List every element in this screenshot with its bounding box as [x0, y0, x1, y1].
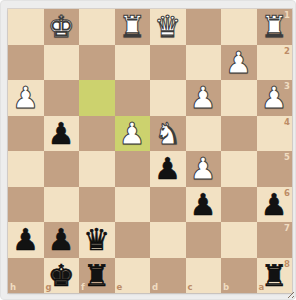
black-pawn-on-g7: ♟ — [44, 222, 80, 258]
square-e2[interactable] — [115, 45, 151, 81]
white-pawn-on-e4: ♟ — [115, 116, 151, 152]
white-rook-on-a1: ♜ — [257, 9, 293, 45]
square-h6[interactable] — [8, 187, 44, 223]
square-f7[interactable]: ♛ — [79, 222, 115, 258]
square-e8[interactable]: e — [115, 258, 151, 294]
square-h2[interactable] — [8, 45, 44, 81]
chess-board: ♚♜♛♜1♟2♟♟♟3♟♟♞4♟♟5♟♟6♟♟♛7h♚g♜fedcb♜8a — [8, 9, 292, 293]
rank-label-5: 5 — [284, 153, 290, 162]
square-a4[interactable]: 4 — [257, 116, 293, 152]
file-label-d: d — [152, 283, 158, 292]
square-f6[interactable] — [79, 187, 115, 223]
black-pawn-on-a6: ♟ — [257, 187, 293, 223]
square-c5[interactable]: ♟ — [186, 151, 222, 187]
square-c4[interactable] — [186, 116, 222, 152]
square-c3[interactable]: ♟ — [186, 80, 222, 116]
square-h4[interactable] — [8, 116, 44, 152]
square-e6[interactable] — [115, 187, 151, 223]
square-g7[interactable]: ♟ — [44, 222, 80, 258]
square-a1[interactable]: ♜1 — [257, 9, 293, 45]
white-rook-on-e1: ♜ — [115, 9, 151, 45]
white-pawn-on-c3: ♟ — [186, 80, 222, 116]
file-label-c: c — [188, 283, 193, 292]
square-g6[interactable] — [44, 187, 80, 223]
square-d5[interactable]: ♟ — [150, 151, 186, 187]
rank-label-2: 2 — [284, 47, 290, 56]
square-d4[interactable]: ♞ — [150, 116, 186, 152]
square-b3[interactable] — [221, 80, 257, 116]
square-c2[interactable] — [186, 45, 222, 81]
white-king-on-g1: ♚ — [44, 9, 80, 45]
square-f2[interactable] — [79, 45, 115, 81]
square-d8[interactable]: d — [150, 258, 186, 294]
rank-label-7: 7 — [284, 224, 290, 233]
square-a8[interactable]: ♜8a — [257, 258, 293, 294]
square-g4[interactable]: ♟ — [44, 116, 80, 152]
square-e3[interactable] — [115, 80, 151, 116]
square-d3[interactable] — [150, 80, 186, 116]
square-c1[interactable] — [186, 9, 222, 45]
square-e5[interactable] — [115, 151, 151, 187]
white-knight-on-d4: ♞ — [150, 116, 186, 152]
square-f5[interactable] — [79, 151, 115, 187]
square-h8[interactable]: h — [8, 258, 44, 294]
square-f1[interactable] — [79, 9, 115, 45]
square-c6[interactable]: ♟ — [186, 187, 222, 223]
black-pawn-on-h7: ♟ — [8, 222, 44, 258]
square-b8[interactable]: b — [221, 258, 257, 294]
square-g3[interactable] — [44, 80, 80, 116]
white-pawn-on-a3: ♟ — [257, 80, 293, 116]
square-f3[interactable] — [79, 80, 115, 116]
square-g8[interactable]: ♚g — [44, 258, 80, 294]
square-b7[interactable] — [221, 222, 257, 258]
square-d7[interactable] — [150, 222, 186, 258]
square-a5[interactable]: 5 — [257, 151, 293, 187]
white-pawn-on-b2: ♟ — [221, 45, 257, 81]
square-b5[interactable] — [221, 151, 257, 187]
black-king-on-g8: ♚ — [44, 258, 80, 294]
square-b2[interactable]: ♟ — [221, 45, 257, 81]
square-e1[interactable]: ♜ — [115, 9, 151, 45]
square-a6[interactable]: ♟6 — [257, 187, 293, 223]
square-g2[interactable] — [44, 45, 80, 81]
file-label-h: h — [10, 283, 16, 292]
square-a7[interactable]: 7 — [257, 222, 293, 258]
black-queen-on-f7: ♛ — [79, 222, 115, 258]
square-d2[interactable] — [150, 45, 186, 81]
square-h1[interactable] — [8, 9, 44, 45]
chess-board-widget: ♚♜♛♜1♟2♟♟♟3♟♟♞4♟♟5♟♟6♟♟♛7h♚g♜fedcb♜8a — [0, 0, 296, 300]
black-pawn-on-d5: ♟ — [150, 151, 186, 187]
rank-label-4: 4 — [284, 118, 290, 127]
square-f8[interactable]: ♜f — [79, 258, 115, 294]
black-pawn-on-g4: ♟ — [44, 116, 80, 152]
square-a3[interactable]: ♟3 — [257, 80, 293, 116]
black-pawn-on-c6: ♟ — [186, 187, 222, 223]
square-c8[interactable]: c — [186, 258, 222, 294]
black-rook-on-f8: ♜ — [79, 258, 115, 294]
file-label-b: b — [223, 283, 229, 292]
square-h5[interactable] — [8, 151, 44, 187]
square-e4[interactable]: ♟ — [115, 116, 151, 152]
square-d1[interactable]: ♛ — [150, 9, 186, 45]
square-b4[interactable] — [221, 116, 257, 152]
square-e7[interactable] — [115, 222, 151, 258]
square-h3[interactable]: ♟ — [8, 80, 44, 116]
square-d6[interactable] — [150, 187, 186, 223]
white-queen-on-d1: ♛ — [150, 9, 186, 45]
square-f4[interactable] — [79, 116, 115, 152]
file-label-e: e — [117, 283, 123, 292]
square-g1[interactable]: ♚ — [44, 9, 80, 45]
white-pawn-on-h3: ♟ — [8, 80, 44, 116]
square-c7[interactable] — [186, 222, 222, 258]
white-pawn-on-c5: ♟ — [186, 151, 222, 187]
square-h7[interactable]: ♟ — [8, 222, 44, 258]
square-a2[interactable]: 2 — [257, 45, 293, 81]
black-rook-on-a8: ♜ — [257, 258, 293, 294]
square-b1[interactable] — [221, 9, 257, 45]
square-b6[interactable] — [221, 187, 257, 223]
square-g5[interactable] — [44, 151, 80, 187]
